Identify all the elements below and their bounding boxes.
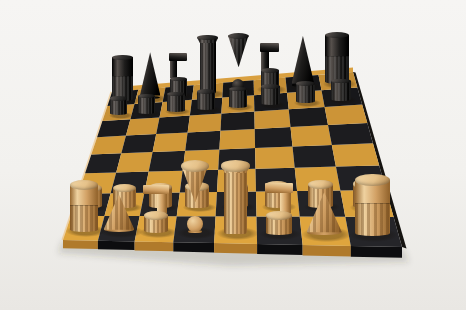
piece-black-pawn-a7 — [110, 96, 127, 115]
piece-black-knight-b8 — [140, 52, 161, 99]
piece-black-queen-d8 — [197, 35, 218, 95]
piece-black-rook-a8 — [112, 55, 133, 101]
piece-black-pawn-d7 — [197, 89, 215, 110]
piece-black-pawn-f7 — [261, 84, 280, 105]
piece-white-bishop-f1 — [264, 183, 294, 234]
pieces-layer — [0, 0, 466, 310]
piece-black-bishop-c8 — [169, 53, 189, 97]
piece-black-pawn-g7 — [296, 81, 315, 103]
piece-white-knight-b1 — [104, 195, 135, 233]
piece-black-pawn-c7 — [167, 92, 185, 112]
piece-white-knight-g1 — [307, 192, 342, 235]
chess-set-photo — [0, 0, 466, 310]
piece-white-rook-h1 — [355, 174, 389, 237]
piece-black-bishop-f8 — [260, 43, 281, 89]
piece-white-queen-d1 — [181, 160, 209, 233]
piece-white-rook-a1 — [70, 180, 99, 232]
piece-black-king-e8 — [228, 33, 249, 92]
piece-black-pawn-e7 — [229, 87, 248, 108]
piece-black-pawn-b7 — [138, 94, 155, 114]
piece-black-knight-g8 — [292, 36, 315, 87]
piece-black-rook-h8 — [325, 32, 349, 85]
piece-white-bishop-c1 — [142, 185, 170, 232]
piece-black-pawn-h7 — [331, 79, 351, 101]
piece-white-king-e1 — [221, 160, 251, 234]
